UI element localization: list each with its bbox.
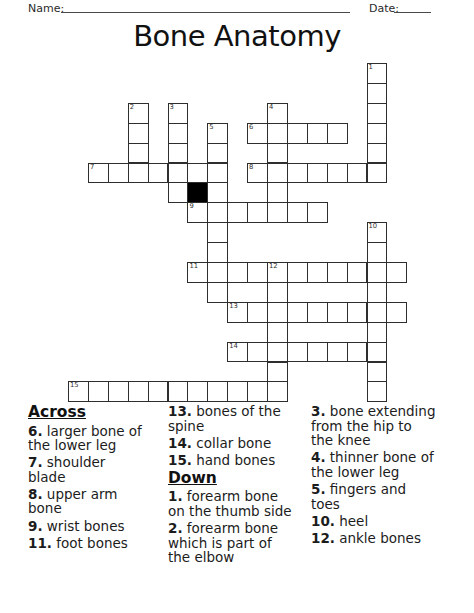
grid-cell[interactable] <box>128 143 149 164</box>
grid-cell[interactable] <box>386 302 407 323</box>
grid-cell[interactable] <box>128 381 149 402</box>
clue-column-2: 13. bones of the spine14. collar bone15.… <box>168 404 297 567</box>
cell-number: 9 <box>189 203 193 211</box>
grid-cell[interactable] <box>187 163 208 184</box>
cell-number: 2 <box>130 104 134 112</box>
grid-cell[interactable] <box>267 302 288 323</box>
grid-cell[interactable] <box>267 163 288 184</box>
grid-cell[interactable] <box>227 202 248 223</box>
cell-number: 8 <box>249 164 253 172</box>
clues-across-heading: Across <box>28 404 144 421</box>
grid-cell[interactable] <box>108 381 129 402</box>
grid-cell[interactable] <box>108 163 129 184</box>
grid-cell[interactable] <box>207 202 228 223</box>
grid-cell[interactable] <box>267 362 288 383</box>
name-input-line[interactable] <box>61 2 350 13</box>
grid-cell[interactable] <box>148 163 169 184</box>
clue-column-3: 3. bone extending from the hip to the kn… <box>311 404 436 548</box>
cell-number: 6 <box>249 124 253 132</box>
grid-cell[interactable] <box>347 163 368 184</box>
clue-across-14: 14. collar bone <box>168 436 297 451</box>
grid-cell[interactable] <box>327 342 348 363</box>
grid-cell[interactable] <box>347 342 368 363</box>
grid-cell[interactable] <box>287 163 308 184</box>
grid-cell[interactable] <box>367 282 388 303</box>
clue-down-12: 12. ankle bones <box>311 531 436 546</box>
grid-cell[interactable] <box>207 262 228 283</box>
grid-cell[interactable]: 13 <box>227 302 248 323</box>
grid-cell[interactable] <box>207 282 228 303</box>
grid-cell[interactable] <box>207 242 228 263</box>
grid-cell[interactable] <box>367 123 388 144</box>
clue-across-6: 6. larger bone of the lower leg <box>28 424 144 453</box>
grid-cell[interactable] <box>207 143 228 164</box>
grid-cell[interactable] <box>367 143 388 164</box>
grid-cell[interactable] <box>367 322 388 343</box>
grid-cell[interactable] <box>267 322 288 343</box>
grid-cell[interactable] <box>207 381 228 402</box>
grid-cell[interactable]: 12 <box>267 262 288 283</box>
black-cell <box>187 182 208 203</box>
grid-cell[interactable]: 1 <box>367 63 388 84</box>
clues-down-heading: Down <box>168 470 297 487</box>
clue-across-9: 9. wrist bones <box>28 519 144 534</box>
clue-across-15: 15. hand bones <box>168 453 297 468</box>
clue-across-13: 13. bones of the spine <box>168 404 297 433</box>
grid-cell[interactable] <box>367 342 388 363</box>
grid-cell[interactable] <box>327 302 348 323</box>
grid-cell[interactable] <box>247 262 268 283</box>
grid-cell[interactable] <box>347 262 368 283</box>
grid-cell[interactable]: 11 <box>187 262 208 283</box>
grid-cell[interactable] <box>287 342 308 363</box>
cell-number: 7 <box>90 164 94 172</box>
grid-cell[interactable] <box>88 381 109 402</box>
grid-cell[interactable]: 2 <box>128 103 149 124</box>
grid-cell[interactable] <box>307 123 328 144</box>
grid-cell[interactable] <box>327 123 348 144</box>
grid-cell[interactable] <box>168 163 189 184</box>
grid-cell[interactable] <box>327 163 348 184</box>
grid-cell[interactable] <box>247 202 268 223</box>
grid-cell[interactable] <box>267 123 288 144</box>
cell-number: 11 <box>189 263 198 271</box>
cell-number: 15 <box>70 382 79 390</box>
clue-down-4: 4. thinner bone of the lower leg <box>311 450 436 479</box>
grid-cell[interactable]: 15 <box>68 381 89 402</box>
grid-cell[interactable] <box>267 143 288 164</box>
grid-cell[interactable] <box>367 362 388 383</box>
grid-cell[interactable] <box>128 163 149 184</box>
grid-cell[interactable] <box>267 342 288 363</box>
clue-column-1: Across6. larger bone of the lower leg7. … <box>28 404 144 553</box>
grid-cell[interactable] <box>187 381 208 402</box>
grid-cell[interactable] <box>307 202 328 223</box>
grid-cell[interactable] <box>287 123 308 144</box>
grid-cell[interactable] <box>287 302 308 323</box>
cell-number: 13 <box>229 303 238 311</box>
grid-cell[interactable] <box>168 381 189 402</box>
grid-cell[interactable] <box>168 123 189 144</box>
grid-cell[interactable] <box>367 302 388 323</box>
date-input-line[interactable] <box>394 2 431 13</box>
grid-cell[interactable] <box>287 202 308 223</box>
grid-cell[interactable] <box>227 381 248 402</box>
grid-cell[interactable] <box>367 163 388 184</box>
grid-cell[interactable] <box>307 302 328 323</box>
grid-cell[interactable] <box>307 262 328 283</box>
grid-cell[interactable] <box>307 342 328 363</box>
grid-cell[interactable] <box>267 182 288 203</box>
clue-down-5: 5. fingers and toes <box>311 482 436 511</box>
cell-number: 14 <box>229 343 238 351</box>
grid-cell[interactable] <box>247 342 268 363</box>
grid-cell[interactable] <box>247 302 268 323</box>
grid-cell[interactable] <box>128 123 149 144</box>
cell-number: 3 <box>170 104 174 112</box>
clue-across-11: 11. foot bones <box>28 536 144 551</box>
grid-cell[interactable] <box>227 262 248 283</box>
clue-down-10: 10. heel <box>311 514 436 529</box>
grid-cell[interactable] <box>148 381 169 402</box>
grid-cell[interactable] <box>386 262 407 283</box>
clue-across-8: 8. upper arm bone <box>28 487 144 516</box>
grid-cell[interactable]: 5 <box>207 123 228 144</box>
grid-cell[interactable] <box>267 202 288 223</box>
grid-cell[interactable]: 14 <box>227 342 248 363</box>
grid-cell[interactable]: 3 <box>168 103 189 124</box>
name-label: Name: <box>28 2 64 15</box>
grid-cell[interactable] <box>207 163 228 184</box>
cell-number: 10 <box>369 223 378 231</box>
grid-cell[interactable] <box>287 262 308 283</box>
clue-down-1: 1. forearm bone on the thumb side <box>168 489 297 518</box>
grid-cell[interactable]: 9 <box>187 202 208 223</box>
grid-cell[interactable]: 10 <box>367 222 388 243</box>
grid-cell[interactable] <box>207 222 228 243</box>
grid-cell[interactable] <box>347 302 368 323</box>
cell-number: 5 <box>209 124 213 132</box>
cell-number: 1 <box>369 64 373 72</box>
grid-cell[interactable] <box>207 182 228 203</box>
grid-cell[interactable] <box>367 262 388 283</box>
cell-number: 4 <box>269 104 273 112</box>
grid-cell[interactable]: 8 <box>247 163 268 184</box>
clue-down-2: 2. forearm bone which is part of the elb… <box>168 521 297 565</box>
grid-cell[interactable] <box>327 262 348 283</box>
grid-cell[interactable] <box>307 163 328 184</box>
grid-cell[interactable] <box>247 381 268 402</box>
page-title: Bone Anatomy <box>0 19 474 53</box>
clue-across-7: 7. shoulder blade <box>28 455 144 484</box>
grid-cell[interactable]: 7 <box>88 163 109 184</box>
grid-cell[interactable] <box>367 83 388 104</box>
grid-cell[interactable]: 6 <box>247 123 268 144</box>
grid-cell[interactable]: 4 <box>267 103 288 124</box>
grid-cell[interactable] <box>367 103 388 124</box>
grid-cell[interactable] <box>267 381 288 402</box>
crossword-grid: 123456789101112131415 <box>68 63 409 404</box>
grid-cell[interactable] <box>367 381 388 402</box>
grid-cell[interactable] <box>267 282 288 303</box>
cell-number: 12 <box>269 263 278 271</box>
grid-cell[interactable] <box>367 242 388 263</box>
grid-cell[interactable] <box>168 143 189 164</box>
clue-down-3: 3. bone extending from the hip to the kn… <box>311 404 436 448</box>
grid-cell[interactable] <box>168 182 189 203</box>
